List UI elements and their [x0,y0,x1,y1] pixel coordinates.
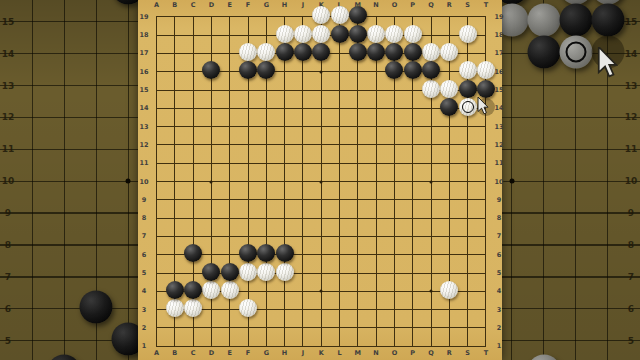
grid-horizontal-line [502,340,640,341]
row-label: 7 [142,232,147,240]
column-label: S [465,1,470,9]
column-label: H [282,1,287,9]
column-label: A [154,1,159,9]
white-stone [184,299,202,317]
grid-horizontal-line [502,276,640,277]
black-stone [404,43,422,61]
row-label: 6 [497,251,502,259]
background-white-stone [502,3,528,36]
grid-horizontal-line [502,117,640,118]
column-label: L [337,349,341,357]
black-stone [239,244,257,262]
grid-horizontal-line [156,218,486,219]
grid-horizontal-line [156,254,486,255]
column-label: S [465,349,470,357]
row-label: 15 [139,86,148,94]
row-label: 5 [5,336,11,346]
grid-horizontal-line [0,149,138,150]
row-label: 11 [2,144,15,154]
row-label: 19 [494,13,503,21]
column-label: J [302,1,304,9]
grid-horizontal-line [156,346,486,347]
column-label: F [246,349,250,357]
grid-horizontal-line [502,181,640,182]
black-stone [331,25,349,43]
hover-ghost-stone[interactable] [477,98,495,116]
black-stone [184,244,202,262]
row-label: 13 [625,81,638,91]
white-stone [312,25,330,43]
black-stone [385,43,403,61]
background-white-stone [527,354,560,360]
row-label: 2 [142,324,147,332]
black-stone [202,263,220,281]
row-label: 1 [497,342,502,350]
background-black-stone [559,3,592,36]
background-black-stone [591,3,624,36]
grid-vertical-line [339,17,340,347]
column-label: K [319,349,324,357]
row-label: 9 [497,196,502,204]
row-label: 13 [494,123,503,131]
black-stone [459,80,477,98]
column-label: P [410,349,415,357]
black-stone [385,61,403,79]
row-label: 12 [625,112,638,122]
grid-horizontal-line [0,53,138,54]
white-stone [331,6,349,24]
column-label: T [484,1,488,9]
row-label: 8 [142,214,147,222]
white-stone [257,43,275,61]
star-point [320,180,323,183]
grid-vertical-line [376,17,377,347]
star-point [210,180,213,183]
row-label: 15 [625,17,638,27]
row-label: 4 [142,287,147,295]
row-label: 12 [139,141,148,149]
row-label: 8 [628,240,634,250]
black-stone [221,263,239,281]
grid-horizontal-line [156,236,486,237]
white-stone [239,299,257,317]
column-label: D [209,1,214,9]
row-label: 5 [497,269,502,277]
grid-horizontal-line [0,117,138,118]
white-stone [440,43,458,61]
column-label: C [191,349,196,357]
grid-horizontal-line [0,212,138,213]
white-stone [276,25,294,43]
black-stone [477,80,495,98]
column-label: R [447,349,452,357]
column-label: O [392,349,398,357]
white-stone [440,80,458,98]
star-point [509,179,514,184]
row-label: 14 [139,104,148,112]
white-stone [404,25,422,43]
column-label: R [447,1,452,9]
grid-horizontal-line [0,276,138,277]
white-stone [202,281,220,299]
white-stone [257,263,275,281]
row-label: 11 [625,144,638,154]
row-label: 8 [497,214,502,222]
row-label: 10 [625,176,638,186]
star-point [430,180,433,183]
white-stone [276,263,294,281]
black-stone [349,25,367,43]
row-label: 4 [497,287,502,295]
grid-horizontal-line [156,327,486,328]
white-stone [440,281,458,299]
row-label: 19 [139,13,148,21]
row-label: 9 [628,208,634,218]
column-label: B [172,349,177,357]
column-label: Q [428,349,434,357]
grid-horizontal-line [156,199,486,200]
background-black-stone [112,0,138,4]
column-label: A [154,349,159,357]
row-label: 14 [494,104,503,112]
row-label: 7 [497,232,502,240]
column-label: F [246,1,250,9]
background-last-move-marker-icon [565,41,586,62]
row-label: 6 [142,251,147,259]
column-label: P [410,1,415,9]
black-stone [422,61,440,79]
row-label: 5 [142,269,147,277]
row-label: 12 [494,141,503,149]
white-stone [385,25,403,43]
column-label: E [227,1,231,9]
white-stone [422,43,440,61]
column-label: G [264,349,269,357]
row-label: 6 [628,304,634,314]
black-stone [239,61,257,79]
row-label: 7 [628,272,634,282]
row-label: 17 [139,49,148,57]
black-stone [349,6,367,24]
row-label: 13 [2,81,15,91]
white-stone [459,25,477,43]
column-label: H [282,349,287,357]
white-stone [367,25,385,43]
row-label: 6 [5,304,11,314]
grid-horizontal-line [0,181,138,182]
column-label: M [355,349,361,357]
star-point [320,290,323,293]
grid-horizontal-line [502,308,640,309]
white-stone [221,281,239,299]
black-stone [166,281,184,299]
black-stone [312,43,330,61]
column-label: T [484,349,488,357]
black-stone [276,43,294,61]
star-point [320,70,323,73]
column-label: B [172,1,177,9]
row-label: 2 [497,324,502,332]
background-white-stone [527,3,560,36]
background-black-stone [112,322,138,355]
black-stone [404,61,422,79]
row-label: 9 [142,196,147,204]
go-board[interactable]: AABBCCDDEEFFGGHHJJKKLLMMNNOOPPQQRRSSTT19… [138,0,502,360]
white-stone [294,25,312,43]
black-stone [257,61,275,79]
row-label: 11 [139,159,148,167]
background-black-stone [48,354,81,360]
grid-vertical-line [357,17,358,347]
column-label: C [191,1,196,9]
grid-horizontal-line [0,21,138,22]
last-move-marker-icon [462,101,474,113]
white-stone [239,43,257,61]
row-label: 15 [2,17,15,27]
column-label: N [373,349,378,357]
background-ghost-stone [591,35,624,68]
row-label: 16 [139,68,148,76]
background-video-panel-right: 15141312111098765 [502,0,640,360]
column-label: D [209,349,214,357]
row-label: 13 [139,123,148,131]
black-stone [294,43,312,61]
white-stone [477,61,495,79]
white-stone [239,263,257,281]
white-stone [459,61,477,79]
column-label: N [373,1,378,9]
black-stone [202,61,220,79]
row-label: 10 [2,176,15,186]
grid-horizontal-line [502,212,640,213]
row-label: 18 [494,31,503,39]
row-label: 11 [494,159,503,167]
row-label: 18 [139,31,148,39]
background-black-stone [527,35,560,68]
grid-horizontal-line [0,85,138,86]
grid-horizontal-line [502,149,640,150]
background-black-stone [80,290,113,323]
column-label: Q [428,1,434,9]
row-label: 1 [142,342,147,350]
background-video-panel-left: 15141312111098765 [0,0,138,360]
row-label: 5 [628,336,634,346]
white-stone [312,6,330,24]
row-label: 9 [5,208,11,218]
row-label: 16 [494,68,503,76]
row-label: 3 [142,306,147,314]
black-stone [367,43,385,61]
black-stone [276,244,294,262]
go-app-frame: 15141312111098765 15141312111098765 AABB… [0,0,640,360]
column-label: G [264,1,269,9]
row-label: 3 [497,306,502,314]
black-stone [184,281,202,299]
column-label: O [392,1,398,9]
row-label: 14 [2,49,15,59]
row-label: 7 [5,272,11,282]
black-stone [257,244,275,262]
column-label: E [227,349,231,357]
row-label: 8 [5,240,11,250]
white-stone [422,80,440,98]
row-label: 10 [494,178,503,186]
black-stone [349,43,367,61]
row-label: 10 [139,178,148,186]
row-label: 15 [494,86,503,94]
row-label: 17 [494,49,503,57]
star-point [126,179,131,184]
star-point [430,290,433,293]
black-stone [440,98,458,116]
grid-horizontal-line [0,244,138,245]
grid-horizontal-line [0,308,138,309]
grid-horizontal-line [502,244,640,245]
grid-horizontal-line [502,85,640,86]
grid-horizontal-line [156,309,486,310]
row-label: 14 [625,49,638,59]
row-label: 12 [2,112,15,122]
column-label: J [302,349,304,357]
white-stone [166,299,184,317]
